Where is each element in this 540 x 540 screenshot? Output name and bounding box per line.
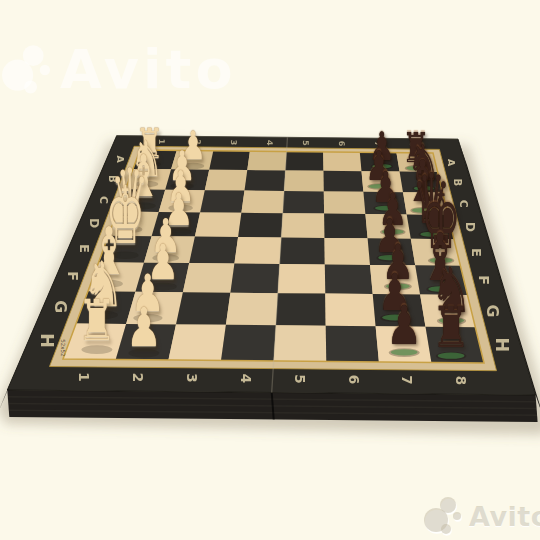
piece-white-rook-h1: ♜ (77, 307, 116, 351)
piece-black-pawn-h7: ♟ (386, 313, 422, 353)
piece-black-rook-h8: ♜ (432, 313, 471, 357)
piece-white-pawn-h2: ♟ (126, 314, 162, 354)
chess-set-photo: 52x521122334455667788AABBCCDDEEFFGGHH ♜♟… (0, 0, 540, 540)
pieces-layer: ♜♟♟♜♞♟♟♞♝♟♟♝♛♟♟♛♚♟♟♚♝♟♟♝♞♟♟♞♜♟♟♜ (0, 0, 540, 540)
